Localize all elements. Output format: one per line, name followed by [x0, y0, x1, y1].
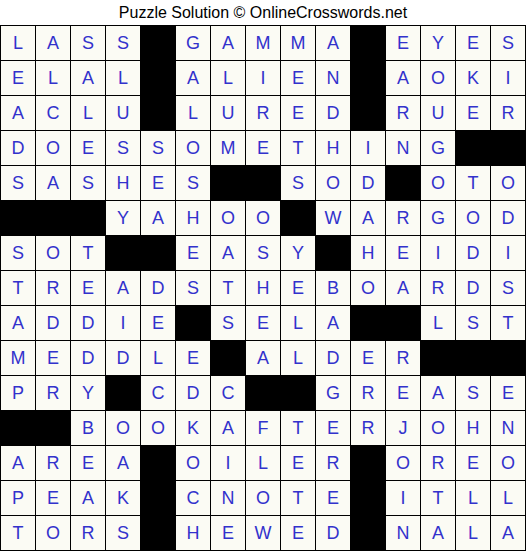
letter-cell-r2c15: I	[491, 61, 526, 96]
block-cell-r6c9	[281, 201, 316, 236]
letter-cell-r11c11: R	[351, 376, 386, 411]
block-cell-r6c3	[71, 201, 106, 236]
letter-cell-r9c8: E	[246, 306, 281, 341]
letter-cell-r13c13: R	[421, 446, 456, 481]
letter-cell-r6c4: Y	[106, 201, 141, 236]
letter-cell-r8c2: R	[36, 271, 71, 306]
letter-cell-r7c15: I	[491, 236, 526, 271]
letter-cell-r5c9: S	[281, 166, 316, 201]
letter-cell-r12c15: N	[491, 411, 526, 446]
letter-cell-r8c9: E	[281, 271, 316, 306]
block-cell-r9c6	[176, 306, 211, 341]
letter-cell-r12c7: A	[211, 411, 246, 446]
letter-cell-r13c2: R	[36, 446, 71, 481]
letter-cell-r15c8: W	[246, 516, 281, 551]
letter-cell-r5c10: O	[316, 166, 351, 201]
letter-cell-r12c9: T	[281, 411, 316, 446]
letter-cell-r15c12: N	[386, 516, 421, 551]
letter-cell-r4c4: S	[106, 131, 141, 166]
letter-cell-r5c13: O	[421, 166, 456, 201]
letter-cell-r12c5: O	[141, 411, 176, 446]
letter-cell-r14c2: E	[36, 481, 71, 516]
block-cell-r13c5	[141, 446, 176, 481]
letter-cell-r7c13: I	[421, 236, 456, 271]
letter-cell-r13c14: E	[456, 446, 491, 481]
letter-cell-r4c2: O	[36, 131, 71, 166]
letter-cell-r8c10: B	[316, 271, 351, 306]
letter-cell-r3c1: A	[1, 96, 36, 131]
letter-cell-r2c12: A	[386, 61, 421, 96]
letter-cell-r7c7: A	[211, 236, 246, 271]
letter-cell-r10c1: M	[1, 341, 36, 376]
letter-cell-r2c10: N	[316, 61, 351, 96]
letter-cell-r4c6: O	[176, 131, 211, 166]
letter-cell-r10c11: E	[351, 341, 386, 376]
letter-cell-r11c12: E	[386, 376, 421, 411]
letter-cell-r12c8: F	[246, 411, 281, 446]
letter-cell-r13c4: A	[106, 446, 141, 481]
letter-cell-r13c10: R	[316, 446, 351, 481]
letter-cell-r1c6: G	[176, 26, 211, 61]
page-title: Puzzle Solution © OnlineCrosswords.net	[0, 0, 526, 25]
letter-cell-r8c12: A	[386, 271, 421, 306]
block-cell-r10c14	[456, 341, 491, 376]
letter-cell-r6c5: A	[141, 201, 176, 236]
letter-cell-r14c10: E	[316, 481, 351, 516]
letter-cell-r12c4: O	[106, 411, 141, 446]
letter-cell-r2c14: K	[456, 61, 491, 96]
letter-cell-r13c7: I	[211, 446, 246, 481]
letter-cell-r7c3: T	[71, 236, 106, 271]
letter-cell-r9c14: S	[456, 306, 491, 341]
letter-cell-r1c1: L	[1, 26, 36, 61]
letter-cell-r3c2: C	[36, 96, 71, 131]
letter-cell-r13c9: E	[281, 446, 316, 481]
letter-cell-r3c6: L	[176, 96, 211, 131]
block-cell-r10c15	[491, 341, 526, 376]
letter-cell-r6c7: O	[211, 201, 246, 236]
block-cell-r4c15	[491, 131, 526, 166]
letter-cell-r4c10: H	[316, 131, 351, 166]
block-cell-r4c14	[456, 131, 491, 166]
letter-cell-r10c12: R	[386, 341, 421, 376]
letter-cell-r9c5: E	[141, 306, 176, 341]
letter-cell-r2c4: L	[106, 61, 141, 96]
letter-cell-r10c4: D	[106, 341, 141, 376]
letter-cell-r1c12: E	[386, 26, 421, 61]
letter-cell-r8c5: D	[141, 271, 176, 306]
letter-cell-r13c15: O	[491, 446, 526, 481]
letter-cell-r14c6: C	[176, 481, 211, 516]
letter-cell-r6c13: G	[421, 201, 456, 236]
letter-cell-r2c3: A	[71, 61, 106, 96]
letter-cell-r4c1: D	[1, 131, 36, 166]
letter-cell-r3c7: U	[211, 96, 246, 131]
letter-cell-r11c15: E	[491, 376, 526, 411]
letter-cell-r15c6: H	[176, 516, 211, 551]
letter-cell-r11c13: A	[421, 376, 456, 411]
letter-cell-r3c9: E	[281, 96, 316, 131]
letter-cell-r15c2: O	[36, 516, 71, 551]
letter-cell-r13c1: A	[1, 446, 36, 481]
letter-cell-r10c6: E	[176, 341, 211, 376]
letter-cell-r13c8: L	[246, 446, 281, 481]
letter-cell-r14c12: I	[386, 481, 421, 516]
letter-cell-r6c6: H	[176, 201, 211, 236]
letter-cell-r8c8: H	[246, 271, 281, 306]
letter-cell-r1c15: S	[491, 26, 526, 61]
letter-cell-r13c12: O	[386, 446, 421, 481]
letter-cell-r11c2: R	[36, 376, 71, 411]
letter-cell-r14c3: A	[71, 481, 106, 516]
block-cell-r15c5	[141, 516, 176, 551]
letter-cell-r6c12: R	[386, 201, 421, 236]
letter-cell-r12c12: J	[386, 411, 421, 446]
letter-cell-r7c1: S	[1, 236, 36, 271]
letter-cell-r4c11: I	[351, 131, 386, 166]
letter-cell-r9c15: T	[491, 306, 526, 341]
letter-cell-r2c13: O	[421, 61, 456, 96]
letter-cell-r11c10: G	[316, 376, 351, 411]
letter-cell-r9c4: I	[106, 306, 141, 341]
block-cell-r9c11	[351, 306, 386, 341]
letter-cell-r5c15: O	[491, 166, 526, 201]
block-cell-r11c4	[106, 376, 141, 411]
block-cell-r2c11	[351, 61, 386, 96]
letter-cell-r4c8: E	[246, 131, 281, 166]
crossword-grid: LASSGAMMAEYESELALALIENAOKIACLULUREDRUERD…	[0, 25, 526, 551]
letter-cell-r1c13: Y	[421, 26, 456, 61]
block-cell-r11c8	[246, 376, 281, 411]
letter-cell-r14c1: P	[1, 481, 36, 516]
block-cell-r5c8	[246, 166, 281, 201]
letter-cell-r8c3: E	[71, 271, 106, 306]
letter-cell-r2c2: L	[36, 61, 71, 96]
block-cell-r3c5	[141, 96, 176, 131]
letter-cell-r7c11: H	[351, 236, 386, 271]
letter-cell-r1c14: E	[456, 26, 491, 61]
letter-cell-r11c7: C	[211, 376, 246, 411]
letter-cell-r12c3: B	[71, 411, 106, 446]
block-cell-r10c13	[421, 341, 456, 376]
letter-cell-r14c14: L	[456, 481, 491, 516]
letter-cell-r3c8: R	[246, 96, 281, 131]
letter-cell-r9c3: D	[71, 306, 106, 341]
letter-cell-r14c8: O	[246, 481, 281, 516]
letter-cell-r10c3: D	[71, 341, 106, 376]
letter-cell-r9c1: A	[1, 306, 36, 341]
letter-cell-r5c1: S	[1, 166, 36, 201]
letter-cell-r4c3: E	[71, 131, 106, 166]
letter-cell-r2c7: L	[211, 61, 246, 96]
letter-cell-r14c7: N	[211, 481, 246, 516]
letter-cell-r7c14: D	[456, 236, 491, 271]
letter-cell-r5c5: E	[141, 166, 176, 201]
letter-cell-r7c2: O	[36, 236, 71, 271]
letter-cell-r9c10: A	[316, 306, 351, 341]
letter-cell-r7c8: S	[246, 236, 281, 271]
letter-cell-r12c6: K	[176, 411, 211, 446]
letter-cell-r8c11: O	[351, 271, 386, 306]
block-cell-r10c7	[211, 341, 246, 376]
letter-cell-r2c1: E	[1, 61, 36, 96]
letter-cell-r2c9: E	[281, 61, 316, 96]
letter-cell-r5c6: S	[176, 166, 211, 201]
letter-cell-r15c7: E	[211, 516, 246, 551]
letter-cell-r15c14: L	[456, 516, 491, 551]
letter-cell-r10c5: L	[141, 341, 176, 376]
letter-cell-r7c9: Y	[281, 236, 316, 271]
letter-cell-r14c13: T	[421, 481, 456, 516]
letter-cell-r10c10: D	[316, 341, 351, 376]
letter-cell-r5c4: H	[106, 166, 141, 201]
letter-cell-r11c1: P	[1, 376, 36, 411]
block-cell-r14c11	[351, 481, 386, 516]
block-cell-r5c12	[386, 166, 421, 201]
letter-cell-r10c8: A	[246, 341, 281, 376]
block-cell-r15c11	[351, 516, 386, 551]
letter-cell-r6c8: O	[246, 201, 281, 236]
letter-cell-r5c11: D	[351, 166, 386, 201]
letter-cell-r5c3: S	[71, 166, 106, 201]
letter-cell-r5c2: A	[36, 166, 71, 201]
block-cell-r1c11	[351, 26, 386, 61]
letter-cell-r8c6: S	[176, 271, 211, 306]
letter-cell-r1c9: M	[281, 26, 316, 61]
block-cell-r5c7	[211, 166, 246, 201]
letter-cell-r7c12: E	[386, 236, 421, 271]
letter-cell-r6c15: D	[491, 201, 526, 236]
letter-cell-r13c3: E	[71, 446, 106, 481]
letter-cell-r12c10: E	[316, 411, 351, 446]
letter-cell-r1c2: A	[36, 26, 71, 61]
letter-cell-r9c7: S	[211, 306, 246, 341]
letter-cell-r15c1: T	[1, 516, 36, 551]
letter-cell-r12c14: H	[456, 411, 491, 446]
block-cell-r11c9	[281, 376, 316, 411]
letter-cell-r15c4: S	[106, 516, 141, 551]
letter-cell-r14c9: T	[281, 481, 316, 516]
letter-cell-r3c14: E	[456, 96, 491, 131]
letter-cell-r15c15: A	[491, 516, 526, 551]
letter-cell-r10c9: L	[281, 341, 316, 376]
block-cell-r2c5	[141, 61, 176, 96]
letter-cell-r9c13: L	[421, 306, 456, 341]
letter-cell-r4c12: N	[386, 131, 421, 166]
letter-cell-r8c15: S	[491, 271, 526, 306]
letter-cell-r3c10: D	[316, 96, 351, 131]
letter-cell-r11c5: C	[141, 376, 176, 411]
block-cell-r7c10	[316, 236, 351, 271]
letter-cell-r13c6: O	[176, 446, 211, 481]
letter-cell-r15c9: E	[281, 516, 316, 551]
letter-cell-r15c10: D	[316, 516, 351, 551]
letter-cell-r8c4: A	[106, 271, 141, 306]
block-cell-r6c1	[1, 201, 36, 236]
letter-cell-r8c13: R	[421, 271, 456, 306]
letter-cell-r1c3: S	[71, 26, 106, 61]
block-cell-r7c5	[141, 236, 176, 271]
letter-cell-r6c11: A	[351, 201, 386, 236]
letter-cell-r3c4: U	[106, 96, 141, 131]
letter-cell-r4c5: S	[141, 131, 176, 166]
letter-cell-r10c2: E	[36, 341, 71, 376]
block-cell-r9c12	[386, 306, 421, 341]
letter-cell-r2c6: A	[176, 61, 211, 96]
letter-cell-r11c6: D	[176, 376, 211, 411]
letter-cell-r8c14: D	[456, 271, 491, 306]
letter-cell-r8c7: T	[211, 271, 246, 306]
block-cell-r12c1	[1, 411, 36, 446]
letter-cell-r15c3: R	[71, 516, 106, 551]
letter-cell-r6c14: O	[456, 201, 491, 236]
letter-cell-r14c15: L	[491, 481, 526, 516]
block-cell-r1c5	[141, 26, 176, 61]
block-cell-r12c2	[36, 411, 71, 446]
block-cell-r13c11	[351, 446, 386, 481]
letter-cell-r5c14: T	[456, 166, 491, 201]
letter-cell-r3c13: U	[421, 96, 456, 131]
letter-cell-r11c3: Y	[71, 376, 106, 411]
letter-cell-r4c13: G	[421, 131, 456, 166]
letter-cell-r11c14: S	[456, 376, 491, 411]
letter-cell-r4c9: T	[281, 131, 316, 166]
block-cell-r7c4	[106, 236, 141, 271]
letter-cell-r1c8: M	[246, 26, 281, 61]
letter-cell-r14c4: K	[106, 481, 141, 516]
letter-cell-r9c2: D	[36, 306, 71, 341]
letter-cell-r3c15: R	[491, 96, 526, 131]
letter-cell-r1c7: A	[211, 26, 246, 61]
letter-cell-r15c13: A	[421, 516, 456, 551]
letter-cell-r12c11: R	[351, 411, 386, 446]
letter-cell-r7c6: E	[176, 236, 211, 271]
block-cell-r3c11	[351, 96, 386, 131]
block-cell-r14c5	[141, 481, 176, 516]
letter-cell-r6c10: W	[316, 201, 351, 236]
letter-cell-r1c4: S	[106, 26, 141, 61]
letter-cell-r2c8: I	[246, 61, 281, 96]
letter-cell-r4c7: M	[211, 131, 246, 166]
letter-cell-r9c9: L	[281, 306, 316, 341]
letter-cell-r3c12: R	[386, 96, 421, 131]
letter-cell-r3c3: L	[71, 96, 106, 131]
letter-cell-r12c13: O	[421, 411, 456, 446]
letter-cell-r8c1: T	[1, 271, 36, 306]
letter-cell-r1c10: A	[316, 26, 351, 61]
block-cell-r6c2	[36, 201, 71, 236]
